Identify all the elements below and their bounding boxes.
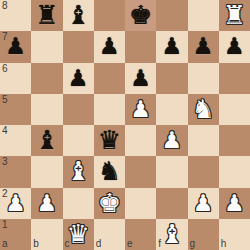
square-e3[interactable] xyxy=(125,156,156,187)
white-bishop[interactable]: ♝ xyxy=(66,156,89,187)
black-bishop[interactable]: ♝ xyxy=(35,125,58,156)
rank-label-1: 1 xyxy=(2,220,8,230)
black-king[interactable]: ♚ xyxy=(129,0,152,31)
file-label-g: g xyxy=(190,239,196,249)
square-b8[interactable]: ♜ xyxy=(31,0,62,31)
square-e7[interactable] xyxy=(125,31,156,62)
square-c1[interactable]: c♛ xyxy=(63,219,94,250)
square-g1[interactable]: g xyxy=(188,219,219,250)
black-pawn[interactable]: ♟ xyxy=(162,31,183,62)
square-f5[interactable] xyxy=(156,94,187,125)
white-queen[interactable]: ♛ xyxy=(66,219,89,250)
square-e1[interactable]: e xyxy=(125,219,156,250)
rank-label-3: 3 xyxy=(2,157,8,167)
square-d3[interactable]: ♞ xyxy=(94,156,125,187)
white-pawn[interactable]: ♟ xyxy=(193,188,214,219)
file-label-h: h xyxy=(221,239,227,249)
square-c5[interactable] xyxy=(63,94,94,125)
square-b5[interactable] xyxy=(31,94,62,125)
square-h7[interactable]: ♟ xyxy=(219,31,250,62)
square-f1[interactable]: f♝ xyxy=(156,219,187,250)
square-e8[interactable]: ♚ xyxy=(125,0,156,31)
square-d5[interactable] xyxy=(94,94,125,125)
square-b2[interactable]: ♟ xyxy=(31,188,62,219)
square-h8[interactable]: ♜ xyxy=(219,0,250,31)
black-queen[interactable]: ♛ xyxy=(98,125,121,156)
square-f2[interactable] xyxy=(156,188,187,219)
square-a6[interactable]: 6 xyxy=(0,63,31,94)
black-pawn[interactable]: ♟ xyxy=(99,31,120,62)
black-pawn[interactable]: ♟ xyxy=(5,31,26,62)
square-f7[interactable]: ♟ xyxy=(156,31,187,62)
black-knight[interactable]: ♞ xyxy=(98,156,121,187)
square-h4[interactable] xyxy=(219,125,250,156)
white-king[interactable]: ♚ xyxy=(98,188,121,219)
square-f3[interactable] xyxy=(156,156,187,187)
square-a4[interactable]: 4 xyxy=(0,125,31,156)
square-h5[interactable] xyxy=(219,94,250,125)
rank-label-6: 6 xyxy=(2,64,8,74)
square-g5[interactable]: ♞ xyxy=(188,94,219,125)
square-g4[interactable] xyxy=(188,125,219,156)
square-b6[interactable] xyxy=(31,63,62,94)
square-e4[interactable] xyxy=(125,125,156,156)
black-bishop[interactable]: ♝ xyxy=(66,0,89,31)
white-pawn[interactable]: ♟ xyxy=(162,125,183,156)
square-a5[interactable]: 5 xyxy=(0,94,31,125)
square-a8[interactable]: 8 xyxy=(0,0,31,31)
square-f8[interactable] xyxy=(156,0,187,31)
square-e5[interactable]: ♟ xyxy=(125,94,156,125)
white-bishop[interactable]: ♝ xyxy=(160,219,183,250)
square-b1[interactable]: b xyxy=(31,219,62,250)
white-pawn[interactable]: ♟ xyxy=(37,188,58,219)
file-label-b: b xyxy=(33,239,39,249)
square-d8[interactable] xyxy=(94,0,125,31)
square-h3[interactable] xyxy=(219,156,250,187)
square-h6[interactable] xyxy=(219,63,250,94)
square-a3[interactable]: 3 xyxy=(0,156,31,187)
square-g8[interactable] xyxy=(188,0,219,31)
file-label-a: a xyxy=(2,239,8,249)
square-a1[interactable]: 1a xyxy=(0,219,31,250)
white-knight[interactable]: ♞ xyxy=(191,94,214,125)
black-pawn[interactable]: ♟ xyxy=(130,63,151,94)
rank-label-8: 8 xyxy=(2,1,8,11)
square-d1[interactable]: d xyxy=(94,219,125,250)
square-c3[interactable]: ♝ xyxy=(63,156,94,187)
square-b7[interactable] xyxy=(31,31,62,62)
square-f4[interactable]: ♟ xyxy=(156,125,187,156)
rank-label-5: 5 xyxy=(2,95,8,105)
black-rook[interactable]: ♜ xyxy=(35,0,58,31)
square-g2[interactable]: ♟ xyxy=(188,188,219,219)
chess-board: 8♜♝♚♜7♟♟♟♟♟6♟♟5♟♞4♝♛♟3♝♞2♟♟♚♟♟1abc♛def♝g… xyxy=(0,0,250,250)
white-rook[interactable]: ♜ xyxy=(223,0,246,31)
square-g3[interactable] xyxy=(188,156,219,187)
white-pawn[interactable]: ♟ xyxy=(5,188,26,219)
square-h1[interactable]: h xyxy=(219,219,250,250)
square-a7[interactable]: 7♟ xyxy=(0,31,31,62)
square-d7[interactable]: ♟ xyxy=(94,31,125,62)
white-pawn[interactable]: ♟ xyxy=(224,188,245,219)
square-a2[interactable]: 2♟ xyxy=(0,188,31,219)
file-label-d: d xyxy=(96,239,102,249)
square-d6[interactable] xyxy=(94,63,125,94)
square-e2[interactable] xyxy=(125,188,156,219)
white-pawn[interactable]: ♟ xyxy=(130,94,151,125)
square-c4[interactable] xyxy=(63,125,94,156)
square-g7[interactable]: ♟ xyxy=(188,31,219,62)
black-pawn[interactable]: ♟ xyxy=(224,31,245,62)
square-g6[interactable] xyxy=(188,63,219,94)
square-f6[interactable] xyxy=(156,63,187,94)
black-pawn[interactable]: ♟ xyxy=(193,31,214,62)
square-c7[interactable] xyxy=(63,31,94,62)
square-e6[interactable]: ♟ xyxy=(125,63,156,94)
square-c2[interactable] xyxy=(63,188,94,219)
rank-label-4: 4 xyxy=(2,126,8,136)
square-b3[interactable] xyxy=(31,156,62,187)
square-c8[interactable]: ♝ xyxy=(63,0,94,31)
square-d4[interactable]: ♛ xyxy=(94,125,125,156)
square-c6[interactable]: ♟ xyxy=(63,63,94,94)
square-d2[interactable]: ♚ xyxy=(94,188,125,219)
file-label-e: e xyxy=(127,239,133,249)
square-b4[interactable]: ♝ xyxy=(31,125,62,156)
black-pawn[interactable]: ♟ xyxy=(68,63,89,94)
square-h2[interactable]: ♟ xyxy=(219,188,250,219)
